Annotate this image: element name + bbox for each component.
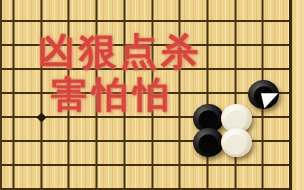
- white-stone: ●: [221, 128, 252, 157]
- white-stone-glyph: ●: [221, 128, 252, 157]
- video-frame[interactable]: ●●●●● 凶狠点杀 害怕怕: [0, 0, 304, 190]
- caption-line-1: 凶狠点杀: [38, 27, 202, 77]
- black-stone-glyph: ●: [193, 128, 224, 157]
- right-margin-highlight: [296, 0, 304, 190]
- board-right-edge-line: [289, 0, 292, 190]
- caption-line-2: 害怕怕: [51, 71, 174, 120]
- left-partial-grid-line: [0, 0, 2, 190]
- black-stone: ●: [193, 128, 224, 157]
- black-stone: ●: [248, 80, 279, 109]
